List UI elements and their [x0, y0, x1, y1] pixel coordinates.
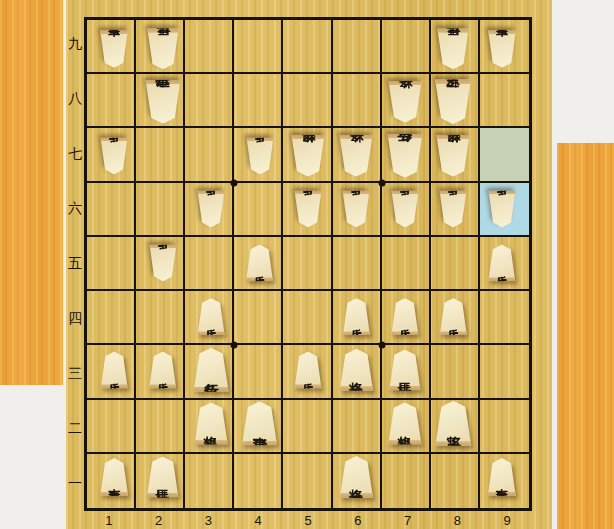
koma-kanji: 香車: [495, 47, 508, 51]
rank-label: 一: [66, 456, 84, 511]
koma-kanji: 銀将: [301, 154, 315, 158]
file-label: 7: [383, 511, 433, 529]
file-label: 3: [184, 511, 234, 529]
shogi-piece-top[interactable]: 角行: [385, 134, 424, 178]
koma-body: 角行: [385, 134, 424, 178]
shogi-piece-top[interactable]: 銀将: [435, 135, 472, 177]
koma-body: 香車: [486, 458, 517, 496]
komadai-right-piece-stand: [557, 143, 614, 529]
koma-kanji: 香車: [108, 475, 121, 479]
koma-body: 桂馬: [387, 349, 422, 390]
shogi-piece-bottom[interactable]: 歩兵: [293, 351, 323, 388]
file-label: 6: [333, 511, 383, 529]
koma-kanji: 銀将: [398, 421, 412, 425]
shogi-piece-bottom[interactable]: 歩兵: [196, 298, 226, 335]
shogi-piece-bottom[interactable]: 金将: [338, 456, 375, 498]
koma-body: 桂馬: [145, 456, 180, 497]
koma-body: 歩兵: [196, 298, 226, 335]
file-label: 1: [84, 511, 134, 529]
pieces-layer: 香車桂馬桂馬香車飛車金将玉将歩兵歩兵銀将金将角行銀将歩兵歩兵歩兵歩兵歩兵歩兵歩兵…: [90, 23, 526, 505]
koma-kanji: 金将: [349, 154, 363, 158]
shogi-piece-top[interactable]: 玉将: [433, 79, 473, 124]
koma-body: 歩兵: [245, 244, 275, 281]
koma-kanji: 玉将: [446, 100, 461, 104]
koma-kanji: 歩兵: [253, 154, 266, 158]
koma-body: 桂馬: [436, 28, 471, 69]
shogi-piece-bottom[interactable]: 歩兵: [99, 351, 129, 388]
koma-kanji: 金将: [349, 368, 363, 372]
koma-body: 金将: [338, 456, 375, 498]
shogi-piece-bottom[interactable]: 歩兵: [487, 244, 517, 281]
koma-kanji: 金将: [349, 475, 363, 479]
board-panel: 九八七六五四三二一 123456789 香車桂馬桂馬香車飛車金将玉将歩兵歩兵銀将…: [66, 0, 552, 529]
koma-body: 歩兵: [438, 298, 468, 335]
koma-body: 銀将: [386, 402, 423, 444]
shogi-piece-bottom[interactable]: 歩兵: [438, 298, 468, 335]
koma-body: 歩兵: [99, 351, 129, 388]
komadai-left-piece-stand: [0, 0, 63, 385]
shogi-piece-top[interactable]: 桂馬: [436, 28, 471, 69]
shogi-piece-bottom[interactable]: 銀将: [193, 402, 230, 444]
shogi-piece-bottom[interactable]: 香車: [99, 458, 130, 496]
rank-label: 四: [66, 291, 84, 346]
shogi-piece-top[interactable]: 歩兵: [293, 191, 323, 228]
koma-body: 歩兵: [487, 244, 517, 281]
koma-body: 歩兵: [293, 351, 323, 388]
koma-body: 歩兵: [341, 298, 371, 335]
koma-kanji: 王将: [446, 421, 461, 425]
shogi-piece-top[interactable]: 金将: [386, 81, 423, 123]
koma-body: 飛車: [240, 401, 279, 445]
koma-body: 歩兵: [341, 191, 371, 228]
koma-body: 金将: [386, 81, 423, 123]
koma-kanji: 歩兵: [447, 314, 460, 318]
koma-kanji: 香車: [108, 47, 121, 51]
koma-body: 銀将: [193, 402, 230, 444]
koma-body: 角行: [192, 348, 231, 392]
koma-body: 歩兵: [148, 244, 178, 281]
koma-kanji: 歩兵: [253, 261, 266, 265]
shogi-piece-bottom[interactable]: 歩兵: [341, 298, 371, 335]
rank-label: 六: [66, 182, 84, 237]
koma-body: 玉将: [433, 79, 473, 124]
koma-body: 飛車: [143, 80, 182, 124]
koma-kanji: 桂馬: [156, 475, 170, 479]
koma-body: 歩兵: [245, 137, 275, 174]
koma-kanji: 銀将: [204, 421, 218, 425]
koma-kanji: 歩兵: [205, 314, 218, 318]
rank-label: 三: [66, 346, 84, 401]
shogi-piece-bottom[interactable]: 桂馬: [387, 349, 422, 390]
board-grid: 香車桂馬桂馬香車飛車金将玉将歩兵歩兵銀将金将角行銀将歩兵歩兵歩兵歩兵歩兵歩兵歩兵…: [84, 17, 532, 511]
shogi-piece-bottom[interactable]: 歩兵: [390, 298, 420, 335]
koma-kanji: 金将: [398, 100, 412, 104]
rank-label: 七: [66, 127, 84, 182]
koma-body: 香車: [486, 30, 517, 68]
shogi-piece-bottom[interactable]: 銀将: [386, 402, 423, 444]
koma-kanji: 歩兵: [156, 261, 169, 265]
koma-body: 歩兵: [438, 191, 468, 228]
koma-kanji: 歩兵: [495, 261, 508, 265]
koma-body: 歩兵: [148, 351, 178, 388]
shogi-piece-bottom[interactable]: 角行: [192, 348, 231, 392]
koma-body: 歩兵: [487, 191, 517, 228]
shogi-piece-top[interactable]: 歩兵: [99, 137, 129, 174]
koma-kanji: 歩兵: [302, 207, 315, 211]
koma-kanji: 歩兵: [350, 314, 363, 318]
shogi-piece-top[interactable]: 香車: [486, 30, 517, 68]
shogi-piece-top[interactable]: 歩兵: [438, 191, 468, 228]
koma-body: 香車: [99, 30, 130, 68]
rank-label: 二: [66, 401, 84, 456]
shogi-piece-top[interactable]: 銀将: [290, 135, 327, 177]
koma-kanji: 桂馬: [156, 47, 170, 51]
shogi-piece-top[interactable]: 桂馬: [145, 28, 180, 69]
shogi-piece-top[interactable]: 歩兵: [390, 191, 420, 228]
shogi-piece-top[interactable]: 歩兵: [487, 191, 517, 228]
koma-kanji: 桂馬: [398, 368, 412, 372]
star-point: [378, 179, 385, 186]
koma-kanji: 歩兵: [205, 207, 218, 211]
koma-kanji: 歩兵: [302, 368, 315, 372]
shogi-piece-top[interactable]: 歩兵: [196, 191, 226, 228]
shogi-piece-top[interactable]: 飛車: [143, 80, 182, 124]
shogi-piece-top[interactable]: 歩兵: [341, 191, 371, 228]
koma-kanji: 歩兵: [156, 368, 169, 372]
rank-label: 五: [66, 237, 84, 292]
file-label: 4: [233, 511, 283, 529]
koma-body: 金将: [338, 349, 375, 391]
koma-kanji: 歩兵: [495, 207, 508, 211]
shogi-piece-bottom[interactable]: 香車: [486, 458, 517, 496]
koma-kanji: 歩兵: [398, 207, 411, 211]
shogi-piece-bottom[interactable]: 王将: [433, 401, 473, 446]
koma-kanji: 飛車: [252, 421, 267, 425]
shogi-piece-bottom[interactable]: 歩兵: [148, 351, 178, 388]
koma-kanji: 歩兵: [447, 207, 460, 211]
koma-body: 王将: [433, 401, 473, 446]
koma-kanji: 香車: [495, 475, 508, 479]
shogi-piece-top[interactable]: 歩兵: [245, 137, 275, 174]
shogi-piece-bottom[interactable]: 歩兵: [245, 244, 275, 281]
koma-body: 銀将: [435, 135, 472, 177]
shogi-piece-top[interactable]: 金将: [338, 135, 375, 177]
koma-kanji: 飛車: [155, 100, 170, 104]
koma-kanji: 銀将: [446, 154, 460, 158]
file-label: 9: [482, 511, 532, 529]
rank-label: 九: [66, 17, 84, 72]
star-point: [231, 179, 238, 186]
star-point: [231, 342, 238, 349]
star-point: [378, 342, 385, 349]
koma-kanji: 角行: [204, 368, 219, 372]
shogi-piece-top[interactable]: 歩兵: [148, 244, 178, 281]
koma-body: 桂馬: [145, 28, 180, 69]
shogi-piece-top[interactable]: 香車: [99, 30, 130, 68]
koma-body: 歩兵: [390, 298, 420, 335]
koma-kanji: 歩兵: [398, 314, 411, 318]
file-labels: 123456789: [84, 511, 532, 529]
koma-body: 銀将: [290, 135, 327, 177]
shogi-piece-bottom[interactable]: 金将: [338, 349, 375, 391]
koma-body: 歩兵: [293, 191, 323, 228]
rank-label: 八: [66, 72, 84, 127]
shogi-piece-bottom[interactable]: 桂馬: [145, 456, 180, 497]
koma-kanji: 桂馬: [446, 47, 460, 51]
koma-kanji: 歩兵: [108, 368, 121, 372]
koma-kanji: 歩兵: [350, 207, 363, 211]
shogi-piece-bottom[interactable]: 飛車: [240, 401, 279, 445]
koma-body: 歩兵: [196, 191, 226, 228]
koma-body: 歩兵: [390, 191, 420, 228]
rank-labels: 九八七六五四三二一: [66, 17, 84, 511]
koma-body: 金将: [338, 135, 375, 177]
file-label: 8: [432, 511, 482, 529]
koma-body: 歩兵: [99, 137, 129, 174]
koma-body: 香車: [99, 458, 130, 496]
koma-kanji: 角行: [397, 154, 412, 158]
file-label: 5: [283, 511, 333, 529]
file-label: 2: [134, 511, 184, 529]
koma-kanji: 歩兵: [108, 154, 121, 158]
shogi-app-screen: 九八七六五四三二一 123456789 香車桂馬桂馬香車飛車金将玉将歩兵歩兵銀将…: [0, 0, 614, 529]
